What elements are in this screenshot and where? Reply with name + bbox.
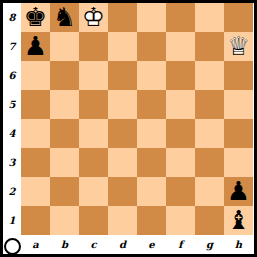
square-b6[interactable]	[50, 61, 79, 90]
black-knight[interactable]: ♞	[50, 3, 79, 32]
square-g4[interactable]	[195, 119, 224, 148]
black-king[interactable]: ♚	[21, 3, 50, 32]
square-e7[interactable]	[137, 32, 166, 61]
square-d2[interactable]	[108, 177, 137, 206]
square-f6[interactable]	[166, 61, 195, 90]
square-d6[interactable]	[108, 61, 137, 90]
black-bishop-glyph: ♝	[224, 206, 253, 235]
square-f2[interactable]	[166, 177, 195, 206]
rank-label-1: 1	[3, 206, 21, 235]
square-e3[interactable]	[137, 148, 166, 177]
square-f3[interactable]	[166, 148, 195, 177]
square-a4[interactable]	[21, 119, 50, 148]
square-e5[interactable]	[137, 90, 166, 119]
rank-label-2: 2	[3, 177, 21, 206]
rank-label-8: 8	[3, 3, 21, 32]
rank-label-7: 7	[3, 32, 21, 61]
white-king[interactable]: ♚♔	[79, 3, 108, 32]
square-c1[interactable]	[79, 206, 108, 235]
file-label-h: h	[224, 235, 253, 254]
square-f4[interactable]	[166, 119, 195, 148]
square-d3[interactable]	[108, 148, 137, 177]
square-e2[interactable]	[137, 177, 166, 206]
black-pawn[interactable]: ♟	[224, 177, 253, 206]
square-h2[interactable]: ♟	[224, 177, 253, 206]
chess-board: ♚♞♚♔♟♛♕♟♝	[21, 3, 253, 235]
square-e4[interactable]	[137, 119, 166, 148]
square-d8[interactable]	[108, 3, 137, 32]
square-b5[interactable]	[50, 90, 79, 119]
square-f8[interactable]	[166, 3, 195, 32]
square-g5[interactable]	[195, 90, 224, 119]
square-a2[interactable]	[21, 177, 50, 206]
square-c3[interactable]	[79, 148, 108, 177]
white-queen-outline: ♕	[224, 32, 253, 61]
file-label-c: c	[79, 235, 108, 254]
square-a3[interactable]	[21, 148, 50, 177]
square-c2[interactable]	[79, 177, 108, 206]
square-g7[interactable]	[195, 32, 224, 61]
black-pawn-glyph: ♟	[21, 32, 50, 61]
square-a7[interactable]: ♟	[21, 32, 50, 61]
square-c5[interactable]	[79, 90, 108, 119]
square-a1[interactable]	[21, 206, 50, 235]
square-c4[interactable]	[79, 119, 108, 148]
black-bishop[interactable]: ♝	[224, 206, 253, 235]
square-d1[interactable]	[108, 206, 137, 235]
square-e6[interactable]	[137, 61, 166, 90]
rank-label-3: 3	[3, 148, 21, 177]
file-label-b: b	[50, 235, 79, 254]
square-h1[interactable]: ♝	[224, 206, 253, 235]
square-f7[interactable]	[166, 32, 195, 61]
rank-label-5: 5	[3, 90, 21, 119]
square-a8[interactable]: ♚	[21, 3, 50, 32]
square-a5[interactable]	[21, 90, 50, 119]
square-h5[interactable]	[224, 90, 253, 119]
chess-diagram: 87654321 ♚♞♚♔♟♛♕♟♝ abcdefgh	[0, 0, 257, 257]
square-h8[interactable]	[224, 3, 253, 32]
file-label-a: a	[21, 235, 50, 254]
square-b4[interactable]	[50, 119, 79, 148]
black-king-glyph: ♚	[21, 3, 50, 32]
rank-label-6: 6	[3, 61, 21, 90]
square-g6[interactable]	[195, 61, 224, 90]
square-b8[interactable]: ♞	[50, 3, 79, 32]
square-h6[interactable]	[224, 61, 253, 90]
square-f1[interactable]	[166, 206, 195, 235]
file-label-e: e	[137, 235, 166, 254]
square-b3[interactable]	[50, 148, 79, 177]
file-labels: abcdefgh	[21, 235, 253, 254]
white-queen[interactable]: ♛♕	[224, 32, 253, 61]
white-king-outline: ♔	[79, 3, 108, 32]
square-b7[interactable]	[50, 32, 79, 61]
square-e1[interactable]	[137, 206, 166, 235]
square-a6[interactable]	[21, 61, 50, 90]
square-d7[interactable]	[108, 32, 137, 61]
square-f5[interactable]	[166, 90, 195, 119]
square-h4[interactable]	[224, 119, 253, 148]
black-pawn-glyph: ♟	[224, 177, 253, 206]
rank-labels: 87654321	[3, 3, 21, 235]
square-h7[interactable]: ♛♕	[224, 32, 253, 61]
square-b2[interactable]	[50, 177, 79, 206]
square-h3[interactable]	[224, 148, 253, 177]
file-label-g: g	[195, 235, 224, 254]
square-g8[interactable]	[195, 3, 224, 32]
square-b1[interactable]	[50, 206, 79, 235]
square-c8[interactable]: ♚♔	[79, 3, 108, 32]
square-d4[interactable]	[108, 119, 137, 148]
file-label-d: d	[108, 235, 137, 254]
file-label-f: f	[166, 235, 195, 254]
rank-label-4: 4	[3, 119, 21, 148]
square-c6[interactable]	[79, 61, 108, 90]
black-pawn[interactable]: ♟	[21, 32, 50, 61]
white-to-move-indicator	[4, 238, 21, 255]
black-knight-glyph: ♞	[50, 3, 79, 32]
square-g3[interactable]	[195, 148, 224, 177]
square-g1[interactable]	[195, 206, 224, 235]
square-d5[interactable]	[108, 90, 137, 119]
square-c7[interactable]	[79, 32, 108, 61]
square-e8[interactable]	[137, 3, 166, 32]
square-g2[interactable]	[195, 177, 224, 206]
